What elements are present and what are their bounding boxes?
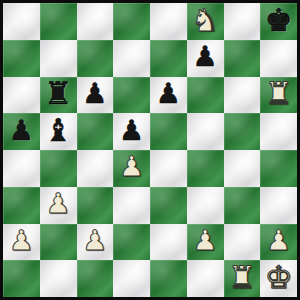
square-e6[interactable]: ♟	[150, 77, 187, 114]
square-a2[interactable]: ♟	[3, 224, 40, 261]
square-d3[interactable]	[113, 187, 150, 224]
square-f7[interactable]: ♟	[187, 40, 224, 77]
square-d7[interactable]	[113, 40, 150, 77]
square-c8[interactable]	[77, 3, 114, 40]
square-d6[interactable]	[113, 77, 150, 114]
white-knight-f8[interactable]: ♞	[191, 5, 219, 36]
square-g5[interactable]	[224, 113, 261, 150]
square-c1[interactable]	[77, 260, 114, 297]
square-b1[interactable]	[40, 260, 77, 297]
black-pawn-a5[interactable]: ♟	[9, 117, 34, 145]
white-pawn-d4[interactable]: ♟	[119, 153, 144, 181]
square-c4[interactable]	[77, 150, 114, 187]
white-rook-g1[interactable]: ♜	[228, 262, 256, 293]
square-g6[interactable]	[224, 77, 261, 114]
square-f1[interactable]	[187, 260, 224, 297]
black-pawn-e6[interactable]: ♟	[156, 80, 181, 108]
black-bishop-b5[interactable]: ♝	[44, 115, 72, 146]
square-d8[interactable]	[113, 3, 150, 40]
square-c3[interactable]	[77, 187, 114, 224]
square-b3[interactable]: ♟	[40, 187, 77, 224]
square-b5[interactable]: ♝	[40, 113, 77, 150]
square-a6[interactable]	[3, 77, 40, 114]
square-d4[interactable]: ♟	[113, 150, 150, 187]
square-b4[interactable]	[40, 150, 77, 187]
square-g7[interactable]	[224, 40, 261, 77]
square-e4[interactable]	[150, 150, 187, 187]
square-g2[interactable]	[224, 224, 261, 261]
square-h8[interactable]: ♚	[260, 3, 297, 40]
square-a7[interactable]	[3, 40, 40, 77]
square-e2[interactable]	[150, 224, 187, 261]
square-g4[interactable]	[224, 150, 261, 187]
square-f8[interactable]: ♞	[187, 3, 224, 40]
chess-board: ♞♚♟♜♟♟♜♟♝♟♟♟♟♟♟♟♜♚	[0, 0, 300, 300]
square-f5[interactable]	[187, 113, 224, 150]
square-b8[interactable]	[40, 3, 77, 40]
square-h6[interactable]: ♜	[260, 77, 297, 114]
square-h1[interactable]: ♚	[260, 260, 297, 297]
square-f2[interactable]: ♟	[187, 224, 224, 261]
square-g8[interactable]	[224, 3, 261, 40]
white-pawn-h2[interactable]: ♟	[266, 227, 291, 255]
square-d1[interactable]	[113, 260, 150, 297]
square-g3[interactable]	[224, 187, 261, 224]
black-pawn-c6[interactable]: ♟	[82, 80, 107, 108]
square-e8[interactable]	[150, 3, 187, 40]
square-a1[interactable]	[3, 260, 40, 297]
black-pawn-d5[interactable]: ♟	[119, 117, 144, 145]
square-h7[interactable]	[260, 40, 297, 77]
square-h4[interactable]	[260, 150, 297, 187]
square-h3[interactable]	[260, 187, 297, 224]
square-a8[interactable]	[3, 3, 40, 40]
square-h5[interactable]	[260, 113, 297, 150]
square-b7[interactable]	[40, 40, 77, 77]
square-c5[interactable]	[77, 113, 114, 150]
square-h2[interactable]: ♟	[260, 224, 297, 261]
black-rook-b6[interactable]: ♜	[44, 78, 72, 109]
white-king-h1[interactable]: ♚	[265, 262, 293, 293]
square-e7[interactable]	[150, 40, 187, 77]
square-b6[interactable]: ♜	[40, 77, 77, 114]
square-c2[interactable]: ♟	[77, 224, 114, 261]
square-a5[interactable]: ♟	[3, 113, 40, 150]
square-f6[interactable]	[187, 77, 224, 114]
square-a3[interactable]	[3, 187, 40, 224]
square-c7[interactable]	[77, 40, 114, 77]
white-pawn-f2[interactable]: ♟	[193, 227, 218, 255]
square-e3[interactable]	[150, 187, 187, 224]
square-b2[interactable]	[40, 224, 77, 261]
square-d2[interactable]	[113, 224, 150, 261]
black-king-h8[interactable]: ♚	[265, 5, 293, 36]
square-e5[interactable]	[150, 113, 187, 150]
white-pawn-a2[interactable]: ♟	[9, 227, 34, 255]
square-f3[interactable]	[187, 187, 224, 224]
black-pawn-f7[interactable]: ♟	[193, 43, 218, 71]
square-e1[interactable]	[150, 260, 187, 297]
white-pawn-c2[interactable]: ♟	[82, 227, 107, 255]
square-d5[interactable]: ♟	[113, 113, 150, 150]
white-rook-h6[interactable]: ♜	[265, 78, 293, 109]
square-g1[interactable]: ♜	[224, 260, 261, 297]
white-pawn-b3[interactable]: ♟	[46, 190, 71, 218]
square-f4[interactable]	[187, 150, 224, 187]
square-c6[interactable]: ♟	[77, 77, 114, 114]
square-a4[interactable]	[3, 150, 40, 187]
